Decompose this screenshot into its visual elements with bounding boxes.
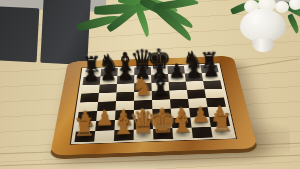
black-pawn-glyph: ♟ [82,64,100,84]
piece-white-rook-h1: ♜ [211,126,233,137]
chessboard-perspective-scene: ♜♞♝♛♚♞♜♟♟♟♟♟♟♟♟♞♝♟♟♟♟♟♟♟♟♜♝♛♚♝♜ [0,0,300,169]
white-rook-glyph: ♜ [72,115,95,141]
photo-scene: ♜♞♝♛♚♞♜♟♟♟♟♟♟♟♟♞♝♟♟♟♟♟♟♟♟♜♝♛♚♝♜ [0,0,300,169]
piece-white-bishop-f1: ♝ [172,128,193,139]
white-rook-glyph: ♜ [210,110,233,136]
black-bishop-glyph: ♝ [148,71,173,99]
chessboard: ♜♞♝♛♚♞♜♟♟♟♟♟♟♟♟♞♝♟♟♟♟♟♟♟♟♜♝♛♚♝♜ [50,56,258,156]
piece-black-pawn-h7: ♟ [202,72,221,81]
piece-black-pawn-a7: ♟ [83,76,101,85]
black-pawn-glyph: ♟ [99,64,117,84]
white-bishop-glyph: ♝ [169,107,196,137]
black-pawn-glyph: ♟ [202,60,220,80]
piece-black-pawn-g7: ♟ [185,73,203,82]
black-pawn-glyph: ♟ [185,61,203,81]
